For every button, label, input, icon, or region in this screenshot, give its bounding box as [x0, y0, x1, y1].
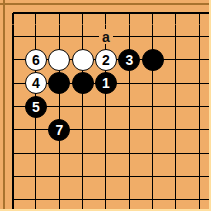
black-stone-move-5: 5	[25, 96, 47, 118]
board-intersection	[94, 118, 117, 141]
board-intersection	[164, 188, 187, 211]
board-intersection	[164, 118, 187, 141]
board-intersection	[188, 118, 211, 141]
crop-edge-bottom	[0, 209, 211, 211]
board-intersection	[141, 142, 164, 165]
white-stone-move-6: 6	[25, 49, 47, 71]
board-intersection	[118, 188, 141, 211]
board-intersection	[94, 2, 117, 25]
board-intersection	[188, 142, 211, 165]
board-intersection: 2	[94, 48, 117, 71]
board-intersection	[1, 165, 24, 188]
move-number: 3	[125, 53, 133, 67]
board-intersection	[188, 2, 211, 25]
board-intersection	[141, 118, 164, 141]
board-intersection	[1, 48, 24, 71]
board-intersection	[188, 188, 211, 211]
board-intersection	[141, 188, 164, 211]
board-intersection	[71, 2, 94, 25]
board-intersection	[118, 118, 141, 141]
crop-edge-right	[209, 0, 211, 211]
board-intersection	[141, 48, 164, 71]
board-intersection	[71, 142, 94, 165]
board-intersection	[71, 95, 94, 118]
board-intersection	[71, 48, 94, 71]
board-intersection: 1	[94, 72, 117, 95]
board-intersection	[141, 2, 164, 25]
black-stone-move-1: 1	[95, 72, 117, 94]
board-intersection	[71, 118, 94, 141]
board-intersection	[118, 95, 141, 118]
board-intersection	[164, 95, 187, 118]
board-intersection	[188, 25, 211, 48]
board-intersection	[48, 188, 71, 211]
white-stone	[48, 49, 70, 71]
move-number: 5	[32, 100, 40, 114]
board-intersection	[118, 25, 141, 48]
board-intersection	[164, 165, 187, 188]
go-grid: a6234157	[1, 2, 211, 211]
board-intersection	[48, 48, 71, 71]
go-board-diagram: a6234157	[0, 0, 211, 211]
board-intersection	[71, 165, 94, 188]
board-intersection: 5	[24, 95, 47, 118]
board-intersection	[48, 72, 71, 95]
board-intersection	[24, 142, 47, 165]
board-intersection	[1, 2, 24, 25]
black-stone-move-7: 7	[48, 119, 70, 141]
board-intersection: 4	[24, 72, 47, 95]
board-intersection	[164, 25, 187, 48]
board-intersection	[24, 25, 47, 48]
board-intersection: 6	[24, 48, 47, 71]
board-intersection	[48, 25, 71, 48]
board-intersection	[164, 72, 187, 95]
board-intersection	[24, 118, 47, 141]
board-intersection	[141, 165, 164, 188]
board-intersection	[164, 142, 187, 165]
board-intersection	[94, 165, 117, 188]
board-intersection	[24, 188, 47, 211]
point-label-a: a	[99, 29, 113, 44]
move-number: 1	[102, 76, 110, 90]
board-intersection	[1, 72, 24, 95]
board-intersection	[71, 72, 94, 95]
board-intersection	[164, 48, 187, 71]
board-intersection	[188, 72, 211, 95]
board-intersection	[1, 188, 24, 211]
board-intersection	[141, 72, 164, 95]
board-intersection	[118, 142, 141, 165]
board-intersection	[1, 95, 24, 118]
board-intersection	[71, 188, 94, 211]
board-intersection	[71, 25, 94, 48]
board-intersection	[188, 165, 211, 188]
move-number: 6	[32, 53, 40, 67]
black-stone-move-3: 3	[118, 49, 140, 71]
board-intersection	[141, 95, 164, 118]
board-intersection	[118, 2, 141, 25]
board-intersection	[48, 165, 71, 188]
board-intersection	[141, 25, 164, 48]
board-intersection	[118, 165, 141, 188]
board-intersection	[94, 95, 117, 118]
black-stone	[72, 72, 94, 94]
board-intersection: a	[94, 25, 117, 48]
board-intersection	[1, 118, 24, 141]
board-intersection	[188, 48, 211, 71]
board-intersection	[164, 2, 187, 25]
board-intersection	[94, 188, 117, 211]
board-intersection	[188, 95, 211, 118]
move-number: 2	[102, 53, 110, 67]
board-intersection	[1, 25, 24, 48]
move-number: 4	[32, 76, 40, 90]
board-intersection	[24, 2, 47, 25]
white-stone-move-2: 2	[95, 49, 117, 71]
board-intersection: 3	[118, 48, 141, 71]
board-intersection	[24, 165, 47, 188]
board-intersection	[1, 142, 24, 165]
move-number: 7	[55, 123, 63, 137]
board-intersection	[48, 2, 71, 25]
board-intersection	[48, 142, 71, 165]
board-intersection	[48, 95, 71, 118]
board-intersection: 7	[48, 118, 71, 141]
board-intersection	[94, 142, 117, 165]
black-stone	[48, 72, 70, 94]
black-stone	[142, 49, 164, 71]
white-stone-move-4: 4	[25, 72, 47, 94]
white-stone	[72, 49, 94, 71]
board-intersection	[118, 72, 141, 95]
